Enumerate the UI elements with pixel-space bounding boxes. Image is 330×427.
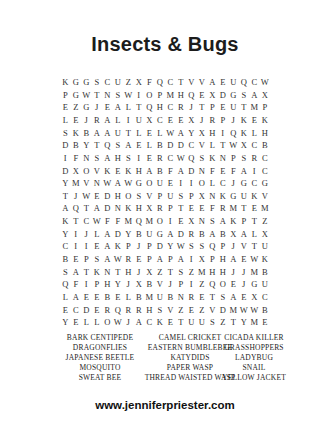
grid-cell: H <box>260 127 271 140</box>
grid-cell: A <box>228 291 239 304</box>
grid-cell: H <box>176 89 187 102</box>
grid-cell: A <box>92 127 103 140</box>
grid-cell: S <box>176 190 187 203</box>
grid-cell: G <box>228 190 239 203</box>
grid-cell: Q <box>239 76 250 89</box>
grid-cell: J <box>134 240 145 253</box>
grid-cell: W <box>176 152 187 165</box>
grid-cell: C <box>60 240 71 253</box>
grid-cell: N <box>81 152 92 165</box>
grid-cell: S <box>197 240 208 253</box>
grid-cell: V <box>239 240 250 253</box>
grid-cell: N <box>102 89 113 102</box>
grid-cell: F <box>71 152 82 165</box>
grid-cell: H <box>134 164 145 177</box>
grid-cell: V <box>92 164 103 177</box>
grid-cell: Q <box>113 304 124 317</box>
grid-cell: T <box>92 139 103 152</box>
grid-cell: K <box>60 76 71 89</box>
grid-cell: N <box>197 215 208 228</box>
grid-cell: E <box>176 114 187 127</box>
grid-cell: S <box>60 266 71 279</box>
grid-cell: U <box>260 278 271 291</box>
grid-cell: X <box>144 114 155 127</box>
grid-cell: W <box>102 177 113 190</box>
grid-cell: O <box>218 278 229 291</box>
grid-cell: Y <box>60 228 71 241</box>
grid-cell: O <box>197 177 208 190</box>
grid-cell: S <box>197 152 208 165</box>
grid-cell: U <box>197 316 208 329</box>
grid-cell: T <box>249 240 260 253</box>
grid-cell: G <box>249 278 260 291</box>
grid-cell: S <box>134 190 145 203</box>
grid-cell: Q <box>60 278 71 291</box>
grid-cell: W <box>113 316 124 329</box>
grid-cell: R <box>218 202 229 215</box>
grid-cell: J <box>165 278 176 291</box>
grid-cell: I <box>81 278 92 291</box>
grid-cell: R <box>155 202 166 215</box>
grid-cell: E <box>228 278 239 291</box>
grid-cell: B <box>155 139 166 152</box>
grid-cell: L <box>92 228 103 241</box>
grid-cell: T <box>239 101 250 114</box>
grid-cell: F <box>165 164 176 177</box>
grid-cell: D <box>165 139 176 152</box>
grid-cell: K <box>239 114 250 127</box>
grid-cell: X <box>197 127 208 140</box>
grid-cell: C <box>186 139 197 152</box>
grid-cell: X <box>144 266 155 279</box>
grid-cell: S <box>113 139 124 152</box>
grid-cell: K <box>228 215 239 228</box>
grid-cell: P <box>176 278 187 291</box>
grid-cell: U <box>113 76 124 89</box>
grid-cell: X <box>134 76 145 89</box>
grid-cell: B <box>81 127 92 140</box>
grid-cell: M <box>197 266 208 279</box>
grid-cell: I <box>71 228 82 241</box>
grid-cell: V <box>186 76 197 89</box>
grid-cell: M <box>249 101 260 114</box>
word-list-column: CICADA KILLERGRASSHOPPERSLADYBUGSNAILYEL… <box>204 333 304 383</box>
grid-cell: F <box>228 164 239 177</box>
grid-cell: T <box>176 316 187 329</box>
grid-cell: J <box>228 177 239 190</box>
grid-cell: A <box>71 266 82 279</box>
grid-cell: M <box>144 215 155 228</box>
grid-cell: I <box>165 215 176 228</box>
grid-cell: D <box>60 139 71 152</box>
grid-cell: E <box>197 202 208 215</box>
grid-cell: B <box>155 164 166 177</box>
grid-cell: K <box>71 127 82 140</box>
grid-cell: L <box>60 114 71 127</box>
grid-cell: E <box>239 291 250 304</box>
grid-cell: J <box>123 316 134 329</box>
grid-cell: T <box>123 127 134 140</box>
grid-cell: W <box>249 304 260 317</box>
grid-cell: S <box>123 152 134 165</box>
grid-cell: R <box>186 291 197 304</box>
grid-cell: C <box>249 139 260 152</box>
grid-cell: P <box>144 240 155 253</box>
grid-cell: S <box>113 89 124 102</box>
grid-cell: P <box>123 240 134 253</box>
grid-cell: M <box>228 304 239 317</box>
grid-cell: J <box>186 101 197 114</box>
grid-cell: P <box>186 190 197 203</box>
grid-cell: B <box>260 139 271 152</box>
grid-cell: X <box>260 89 271 102</box>
grid-cell: Y <box>60 316 71 329</box>
grid-cell: H <box>207 127 218 140</box>
grid-cell: Y <box>81 139 92 152</box>
grid-cell: C <box>155 114 166 127</box>
grid-cell: K <box>123 164 134 177</box>
grid-cell: L <box>249 228 260 241</box>
grid-cell: S <box>92 152 103 165</box>
grid-cell: G <box>71 89 82 102</box>
grid-cell: D <box>186 164 197 177</box>
grid-cell: S <box>218 291 229 304</box>
grid-cell: Q <box>144 101 155 114</box>
grid-cell: E <box>92 190 103 203</box>
grid-cell: N <box>113 202 124 215</box>
grid-cell: V <box>197 139 208 152</box>
grid-cell: E <box>165 177 176 190</box>
grid-cell: B <box>165 291 176 304</box>
grid-cell: G <box>81 101 92 114</box>
grid-cell: Z <box>260 215 271 228</box>
grid-cell: A <box>102 152 113 165</box>
grid-cell: L <box>144 139 155 152</box>
grid-cell: C <box>165 152 176 165</box>
grid-cell: P <box>218 240 229 253</box>
grid-cell: E <box>197 291 208 304</box>
grid-cell: M <box>260 202 271 215</box>
grid-cell: H <box>155 101 166 114</box>
grid-cell: K <box>239 127 250 140</box>
grid-cell: C <box>102 76 113 89</box>
grid-cell: Q <box>155 76 166 89</box>
grid-cell: L <box>123 291 134 304</box>
grid-cell: H <box>218 266 229 279</box>
grid-cell: A <box>165 228 176 241</box>
grid-cell: Z <box>186 266 197 279</box>
grid-cell: E <box>249 202 260 215</box>
grid-cell: Y <box>186 127 197 140</box>
grid-cell: W <box>260 76 271 89</box>
grid-cell: N <box>197 164 208 177</box>
grid-cell: E <box>92 240 103 253</box>
grid-cell: C <box>260 291 271 304</box>
grid-cell: P <box>60 89 71 102</box>
grid-cell: F <box>207 164 218 177</box>
grid-cell: T <box>239 202 250 215</box>
grid-cell: T <box>92 89 103 102</box>
grid-cell: O <box>144 89 155 102</box>
grid-cell: T <box>176 202 187 215</box>
grid-cell: D <box>155 240 166 253</box>
grid-cell: S <box>239 89 250 102</box>
grid-cell: A <box>207 228 218 241</box>
grid-cell: U <box>186 316 197 329</box>
grid-cell: J <box>228 266 239 279</box>
grid-cell: B <box>134 291 145 304</box>
grid-cell: G <box>155 228 166 241</box>
grid-cell: B <box>218 228 229 241</box>
grid-cell: K <box>155 316 166 329</box>
grid-cell: J <box>228 240 239 253</box>
grid-cell: Q <box>186 89 197 102</box>
grid-cell: E <box>60 304 71 317</box>
grid-cell: A <box>176 253 187 266</box>
grid-cell: T <box>113 266 124 279</box>
grid-cell: C <box>260 164 271 177</box>
grid-cell: G <box>260 177 271 190</box>
grid-cell: R <box>176 101 187 114</box>
grid-cell: B <box>134 228 145 241</box>
grid-cell: U <box>260 240 271 253</box>
grid-cell: T <box>207 291 218 304</box>
grid-cell: I <box>60 152 71 165</box>
grid-cell: U <box>155 177 166 190</box>
grid-cell: I <box>134 89 145 102</box>
grid-cell: V <box>144 190 155 203</box>
grid-cell: V <box>260 190 271 203</box>
word-search-grid: KGGSCUZXFQCTVVAEUQCWPGWTNSWIOPMHQEXDGSAX… <box>60 76 270 329</box>
grid-cell: I <box>186 253 197 266</box>
word-list-item: GRASSHOPPERS <box>204 343 304 353</box>
grid-cell: I <box>186 177 197 190</box>
grid-cell: D <box>176 228 187 241</box>
grid-cell: F <box>144 76 155 89</box>
grid-cell: I <box>176 177 187 190</box>
grid-cell: R <box>123 304 134 317</box>
grid-cell: O <box>155 215 166 228</box>
grid-cell: E <box>249 114 260 127</box>
grid-cell: T <box>134 101 145 114</box>
word-list-item: CICADA KILLER <box>204 333 304 343</box>
grid-cell: E <box>71 253 82 266</box>
grid-cell: E <box>60 101 71 114</box>
grid-cell: X <box>228 228 239 241</box>
grid-cell: U <box>113 127 124 140</box>
grid-cell: A <box>102 253 113 266</box>
grid-cell: S <box>60 127 71 140</box>
grid-cell: Y <box>123 228 134 241</box>
grid-cell: A <box>71 291 82 304</box>
grid-cell: A <box>155 253 166 266</box>
grid-cell: C <box>71 304 82 317</box>
grid-cell: L <box>81 316 92 329</box>
grid-cell: A <box>176 164 187 177</box>
grid-cell: T <box>228 316 239 329</box>
grid-cell: A <box>176 127 187 140</box>
grid-cell: G <box>228 89 239 102</box>
grid-cell: K <box>218 190 229 203</box>
grid-cell: N <box>207 190 218 203</box>
grid-cell: B <box>260 304 271 317</box>
grid-cell: N <box>92 177 103 190</box>
grid-cell: A <box>144 164 155 177</box>
grid-cell: O <box>144 177 155 190</box>
grid-cell: T <box>60 190 71 203</box>
grid-cell: W <box>165 127 176 140</box>
grid-cell: D <box>81 304 92 317</box>
grid-cell: I <box>81 240 92 253</box>
grid-cell: A <box>60 202 71 215</box>
grid-cell: C <box>165 76 176 89</box>
grid-cell: S <box>92 76 103 89</box>
word-list-item: LADYBUG <box>204 353 304 363</box>
grid-cell: S <box>155 304 166 317</box>
grid-cell: K <box>249 190 260 203</box>
grid-cell: E <box>239 253 250 266</box>
grid-cell: D <box>102 202 113 215</box>
grid-cell: Z <box>176 304 187 317</box>
grid-cell: B <box>197 228 208 241</box>
grid-cell: Y <box>165 240 176 253</box>
grid-cell: A <box>113 177 124 190</box>
grid-cell: B <box>260 266 271 279</box>
grid-cell: D <box>218 89 229 102</box>
grid-cell: A <box>92 202 103 215</box>
grid-cell: E <box>92 291 103 304</box>
grid-cell: A <box>239 164 250 177</box>
grid-cell: E <box>218 164 229 177</box>
grid-cell: Y <box>113 278 124 291</box>
grid-cell: Z <box>197 278 208 291</box>
grid-cell: X <box>134 278 145 291</box>
grid-cell: M <box>144 291 155 304</box>
grid-cell: R <box>207 114 218 127</box>
grid-cell: J <box>239 266 250 279</box>
grid-cell: Z <box>71 101 82 114</box>
puzzle-page: Insects & Bugs KGGSCUZXFQCTVVAEUQCWPGWTN… <box>0 0 330 427</box>
grid-cell: X <box>71 164 82 177</box>
grid-cell: C <box>218 177 229 190</box>
grid-cell: X <box>249 291 260 304</box>
grid-cell: K <box>92 266 103 279</box>
word-list-item: YELLOW JACKET <box>204 373 304 383</box>
grid-cell: W <box>92 215 103 228</box>
grid-cell: G <box>239 177 250 190</box>
grid-cell: F <box>71 278 82 291</box>
grid-cell: I <box>218 127 229 140</box>
grid-cell: E <box>113 291 124 304</box>
grid-cell: L <box>92 316 103 329</box>
grid-cell: I <box>186 278 197 291</box>
grid-cell: Q <box>186 152 197 165</box>
grid-cell: G <box>81 76 92 89</box>
grid-cell: K <box>113 240 124 253</box>
grid-cell: W <box>81 190 92 203</box>
grid-cell: N <box>102 266 113 279</box>
grid-cell: E <box>186 202 197 215</box>
grid-cell: M <box>228 202 239 215</box>
grid-cell: S <box>176 266 187 279</box>
grid-cell: W <box>239 304 250 317</box>
grid-cell: R <box>102 304 113 317</box>
grid-cell: E <box>260 316 271 329</box>
grid-cell: W <box>113 253 124 266</box>
grid-cell: E <box>113 164 124 177</box>
grid-cell: I <box>71 240 82 253</box>
grid-cell: X <box>144 202 155 215</box>
grid-cell: M <box>249 316 260 329</box>
grid-cell: P <box>239 215 250 228</box>
grid-cell: O <box>123 190 134 203</box>
grid-cell: L <box>207 177 218 190</box>
grid-cell: R <box>123 253 134 266</box>
grid-cell: E <box>165 316 176 329</box>
grid-cell: B <box>102 291 113 304</box>
grid-cell: H <box>113 152 124 165</box>
grid-cell: A <box>207 76 218 89</box>
grid-cell: A <box>249 89 260 102</box>
grid-cell: H <box>218 253 229 266</box>
grid-cell: T <box>71 215 82 228</box>
grid-cell: E <box>134 139 145 152</box>
grid-cell: P <box>165 253 176 266</box>
grid-cell: L <box>113 114 124 127</box>
grid-cell: E <box>144 152 155 165</box>
grid-cell: H <box>144 304 155 317</box>
grid-cell: U <box>134 114 145 127</box>
grid-cell: H <box>123 266 134 279</box>
grid-cell: W <box>81 89 92 102</box>
grid-cell: J <box>123 278 134 291</box>
footer-url: www.jenniferpriester.com <box>0 399 330 411</box>
grid-cell: Z <box>218 316 229 329</box>
grid-cell: P <box>207 253 218 266</box>
grid-cell: E <box>197 89 208 102</box>
grid-cell: I <box>134 152 145 165</box>
grid-cell: E <box>102 101 113 114</box>
grid-cell: F <box>113 215 124 228</box>
grid-cell: R <box>249 152 260 165</box>
grid-cell: D <box>102 190 113 203</box>
grid-cell: S <box>186 240 197 253</box>
grid-cell: U <box>228 101 239 114</box>
grid-cell: R <box>134 304 145 317</box>
grid-cell: K <box>260 114 271 127</box>
grid-cell: Z <box>155 266 166 279</box>
grid-cell: X <box>207 89 218 102</box>
grid-cell: L <box>155 127 166 140</box>
grid-cell: A <box>102 127 113 140</box>
grid-cell: C <box>260 152 271 165</box>
grid-cell: Q <box>134 215 145 228</box>
grid-cell: H <box>207 266 218 279</box>
grid-cell: P <box>165 202 176 215</box>
grid-cell: Q <box>207 278 218 291</box>
grid-cell: D <box>176 139 187 152</box>
grid-cell: M <box>165 89 176 102</box>
grid-cell: J <box>134 266 145 279</box>
grid-cell: J <box>228 114 239 127</box>
grid-cell: L <box>60 291 71 304</box>
word-list: BARK CENTIPEDEDRAGONFLIESJAPANESE BEETLE… <box>0 333 330 385</box>
grid-cell: P <box>155 89 166 102</box>
grid-cell: A <box>228 253 239 266</box>
grid-cell: F <box>207 202 218 215</box>
grid-cell: J <box>92 101 103 114</box>
grid-cell: J <box>239 278 250 291</box>
